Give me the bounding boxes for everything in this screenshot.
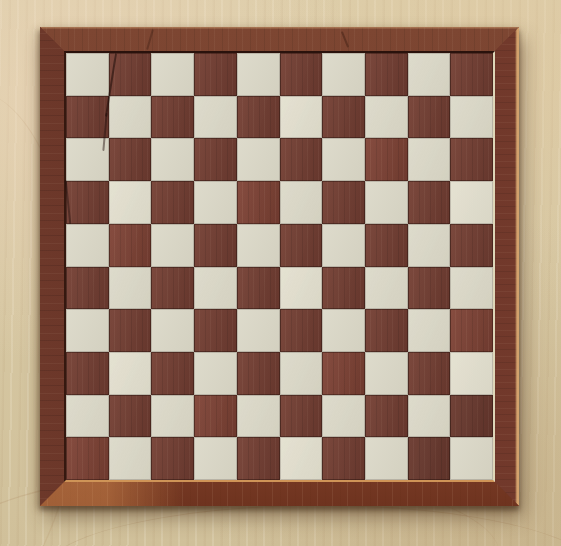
square-r9c1[interactable] [66,395,109,438]
square-r2c8[interactable] [365,96,408,139]
square-r10c1[interactable] [66,437,109,480]
square-r9c3[interactable] [151,395,194,438]
square-r10c4[interactable] [194,437,237,480]
square-r3c9[interactable] [408,138,451,181]
square-r4c4[interactable] [194,181,237,224]
square-r1c7[interactable] [322,53,365,96]
square-r7c10[interactable] [450,309,493,352]
square-r6c3[interactable] [151,267,194,310]
square-r2c9[interactable] [408,96,451,139]
square-r1c3[interactable] [151,53,194,96]
square-r3c6[interactable] [280,138,323,181]
square-r7c5[interactable] [237,309,280,352]
square-r6c7[interactable] [322,267,365,310]
square-r10c7[interactable] [322,437,365,480]
square-r10c10[interactable] [450,437,493,480]
square-r5c9[interactable] [408,224,451,267]
square-r7c3[interactable] [151,309,194,352]
square-r10c6[interactable] [280,437,323,480]
square-r4c7[interactable] [322,181,365,224]
square-r7c7[interactable] [322,309,365,352]
square-r1c10[interactable] [450,53,493,96]
board-grid [66,53,493,480]
square-r5c10[interactable] [450,224,493,267]
square-r10c5[interactable] [237,437,280,480]
square-r8c7[interactable] [322,352,365,395]
square-r3c4[interactable] [194,138,237,181]
square-r9c10[interactable] [450,395,493,438]
square-r8c6[interactable] [280,352,323,395]
square-r9c7[interactable] [322,395,365,438]
square-r5c8[interactable] [365,224,408,267]
square-r9c6[interactable] [280,395,323,438]
square-r8c9[interactable] [408,352,451,395]
square-r9c5[interactable] [237,395,280,438]
square-r4c1[interactable] [66,181,109,224]
square-r2c1[interactable] [66,96,109,139]
square-r1c2[interactable] [109,53,152,96]
square-r6c8[interactable] [365,267,408,310]
square-r5c4[interactable] [194,224,237,267]
square-r3c5[interactable] [237,138,280,181]
square-r10c9[interactable] [408,437,451,480]
board-playing-area [64,51,495,482]
square-r5c2[interactable] [109,224,152,267]
square-r3c1[interactable] [66,138,109,181]
square-r4c5[interactable] [237,181,280,224]
square-r6c10[interactable] [450,267,493,310]
square-r5c7[interactable] [322,224,365,267]
square-r6c4[interactable] [194,267,237,310]
square-r1c1[interactable] [66,53,109,96]
square-r4c6[interactable] [280,181,323,224]
square-r2c2[interactable] [109,96,152,139]
square-r8c8[interactable] [365,352,408,395]
square-r1c6[interactable] [280,53,323,96]
square-r4c3[interactable] [151,181,194,224]
square-r5c5[interactable] [237,224,280,267]
square-r2c3[interactable] [151,96,194,139]
square-r10c3[interactable] [151,437,194,480]
square-r7c6[interactable] [280,309,323,352]
square-r7c2[interactable] [109,309,152,352]
square-r2c6[interactable] [280,96,323,139]
square-r6c1[interactable] [66,267,109,310]
square-r8c2[interactable] [109,352,152,395]
square-r9c8[interactable] [365,395,408,438]
square-r2c5[interactable] [237,96,280,139]
square-r8c4[interactable] [194,352,237,395]
draughts-board [40,27,519,506]
square-r9c2[interactable] [109,395,152,438]
square-r8c10[interactable] [450,352,493,395]
square-r7c8[interactable] [365,309,408,352]
square-r1c9[interactable] [408,53,451,96]
square-r2c7[interactable] [322,96,365,139]
square-r1c4[interactable] [194,53,237,96]
square-r5c6[interactable] [280,224,323,267]
square-r5c1[interactable] [66,224,109,267]
square-r10c8[interactable] [365,437,408,480]
square-r3c3[interactable] [151,138,194,181]
square-r5c3[interactable] [151,224,194,267]
square-r4c8[interactable] [365,181,408,224]
square-r1c5[interactable] [237,53,280,96]
square-r4c9[interactable] [408,181,451,224]
square-r6c5[interactable] [237,267,280,310]
photo-scene [0,0,561,546]
square-r6c2[interactable] [109,267,152,310]
square-r3c2[interactable] [109,138,152,181]
square-r6c9[interactable] [408,267,451,310]
square-r4c2[interactable] [109,181,152,224]
square-r10c2[interactable] [109,437,152,480]
square-r6c6[interactable] [280,267,323,310]
square-r7c4[interactable] [194,309,237,352]
square-r8c3[interactable] [151,352,194,395]
table-grain-line [40,505,561,546]
square-r4c10[interactable] [450,181,493,224]
square-r7c1[interactable] [66,309,109,352]
square-r8c1[interactable] [66,352,109,395]
square-r3c8[interactable] [365,138,408,181]
square-r9c4[interactable] [194,395,237,438]
square-r3c10[interactable] [450,138,493,181]
square-r3c7[interactable] [322,138,365,181]
square-r2c4[interactable] [194,96,237,139]
square-r2c10[interactable] [450,96,493,139]
square-r7c9[interactable] [408,309,451,352]
square-r1c8[interactable] [365,53,408,96]
square-r9c9[interactable] [408,395,451,438]
square-r8c5[interactable] [237,352,280,395]
